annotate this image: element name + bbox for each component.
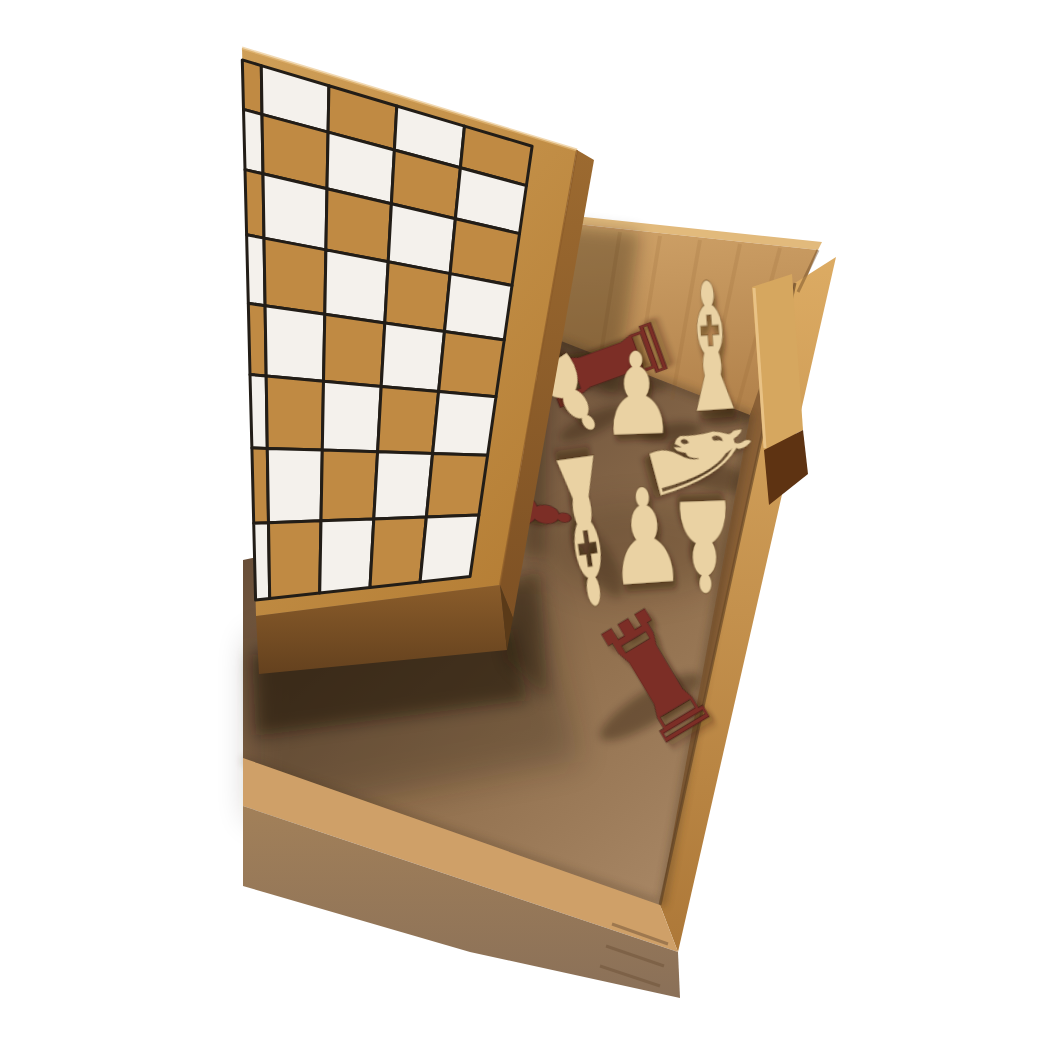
lid-square <box>250 375 267 449</box>
lid-square <box>266 376 323 450</box>
lid-square <box>426 454 487 518</box>
lid-square <box>265 306 325 382</box>
lid-square <box>247 235 266 306</box>
lid-square <box>381 323 444 392</box>
lid-square <box>267 448 322 522</box>
lid-square <box>325 250 388 323</box>
chess-box-photo: ♜♟♟♝♟♞♝♟♟♜ <box>0 0 1060 1060</box>
lid-square <box>439 332 505 397</box>
lid-square <box>269 521 322 599</box>
lid-square <box>324 314 385 386</box>
lid-square <box>242 60 262 115</box>
lid-square <box>378 386 439 453</box>
lid-square <box>244 109 264 173</box>
lid-square <box>248 303 266 376</box>
lid-square <box>385 262 450 332</box>
scene-svg: ♜♟♟♝♟♞♝♟♟♜ <box>0 0 1060 1060</box>
lid-square <box>320 519 374 593</box>
lid-square <box>321 450 378 521</box>
lid-square <box>264 238 326 314</box>
lid-square <box>370 517 426 587</box>
lid-square <box>433 392 496 456</box>
lid-square <box>374 452 433 519</box>
lid-square <box>445 274 513 341</box>
lid-square <box>245 170 264 239</box>
lid-square <box>420 515 479 582</box>
lid-square <box>322 381 381 452</box>
